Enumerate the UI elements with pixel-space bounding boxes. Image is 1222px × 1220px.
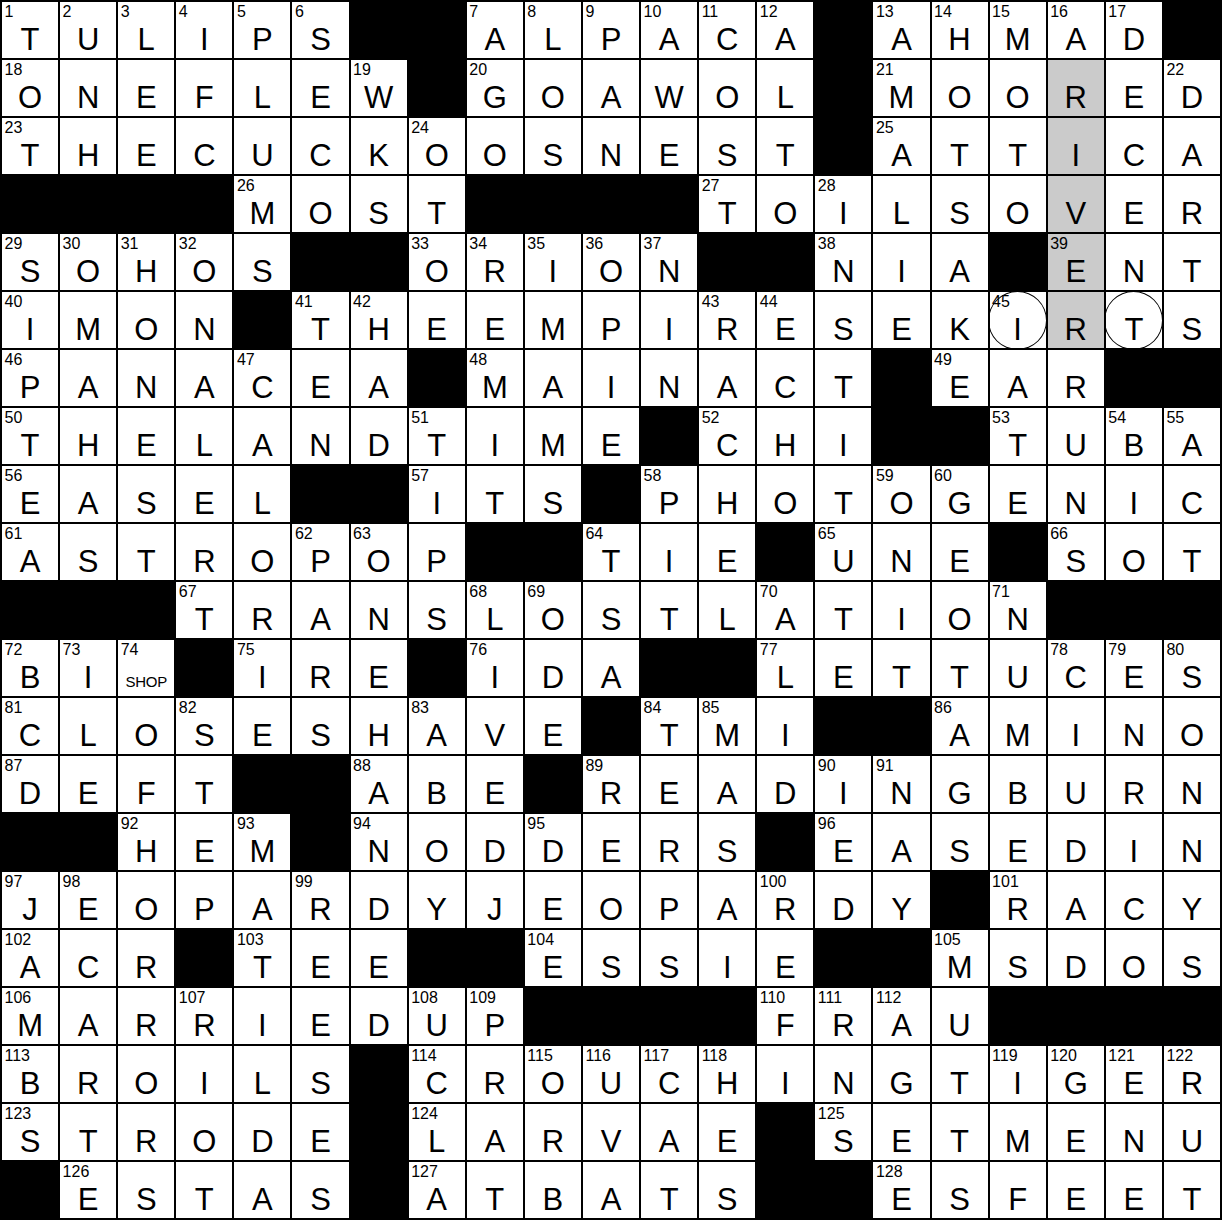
- grid-cell[interactable]: A: [234, 408, 290, 464]
- grid-cell[interactable]: 5P: [234, 2, 290, 58]
- grid-cell[interactable]: E: [873, 1104, 929, 1160]
- grid-cell[interactable]: Y: [409, 872, 465, 928]
- grid-cell[interactable]: H: [699, 466, 755, 522]
- grid-cell[interactable]: 81C: [2, 698, 58, 754]
- grid-cell[interactable]: 48M: [467, 350, 523, 406]
- grid-cell[interactable]: 69O: [525, 582, 581, 638]
- grid-cell[interactable]: I: [583, 350, 639, 406]
- grid-cell[interactable]: S: [1164, 292, 1220, 348]
- grid-cell[interactable]: A: [234, 872, 290, 928]
- grid-cell[interactable]: 82S: [176, 698, 232, 754]
- grid-cell[interactable]: E: [641, 756, 697, 812]
- grid-cell[interactable]: 52C: [699, 408, 755, 464]
- grid-cell[interactable]: M: [525, 408, 581, 464]
- grid-cell[interactable]: T: [641, 582, 697, 638]
- grid-cell[interactable]: 118H: [699, 1046, 755, 1102]
- grid-cell[interactable]: I: [641, 524, 697, 580]
- grid-cell[interactable]: E: [292, 350, 348, 406]
- grid-cell[interactable]: A: [641, 1104, 697, 1160]
- grid-cell[interactable]: 74SHOP: [118, 640, 174, 696]
- grid-cell[interactable]: E: [583, 814, 639, 870]
- grid-cell[interactable]: E: [583, 408, 639, 464]
- grid-cell[interactable]: I: [1048, 698, 1104, 754]
- grid-cell[interactable]: Y: [1164, 872, 1220, 928]
- grid-cell[interactable]: L: [234, 1046, 290, 1102]
- grid-cell[interactable]: R: [1048, 292, 1104, 348]
- grid-cell[interactable]: S: [932, 814, 988, 870]
- grid-cell[interactable]: I: [873, 234, 929, 290]
- grid-cell[interactable]: 66S: [1048, 524, 1104, 580]
- grid-cell[interactable]: 15M: [990, 2, 1046, 58]
- grid-cell[interactable]: 12A: [757, 2, 813, 58]
- grid-cell[interactable]: 116U: [583, 1046, 639, 1102]
- grid-cell[interactable]: A: [699, 756, 755, 812]
- grid-cell[interactable]: N: [1048, 466, 1104, 522]
- grid-cell[interactable]: E: [60, 756, 116, 812]
- grid-cell[interactable]: T: [873, 640, 929, 696]
- grid-cell[interactable]: L: [176, 408, 232, 464]
- grid-cell[interactable]: T: [815, 582, 871, 638]
- grid-cell[interactable]: E: [990, 814, 1046, 870]
- grid-cell[interactable]: O: [990, 60, 1046, 116]
- grid-cell[interactable]: T: [176, 1162, 232, 1218]
- grid-cell[interactable]: 10A: [641, 2, 697, 58]
- grid-cell[interactable]: 126E: [60, 1162, 116, 1218]
- grid-cell[interactable]: F: [176, 60, 232, 116]
- grid-cell[interactable]: N: [1106, 698, 1162, 754]
- grid-cell[interactable]: 86A: [932, 698, 988, 754]
- grid-cell[interactable]: U: [990, 640, 1046, 696]
- grid-cell[interactable]: S: [118, 1162, 174, 1218]
- grid-cell[interactable]: A: [583, 640, 639, 696]
- grid-cell[interactable]: M: [525, 292, 581, 348]
- grid-cell[interactable]: O: [932, 582, 988, 638]
- grid-cell[interactable]: A: [1048, 872, 1104, 928]
- grid-cell[interactable]: E: [292, 1104, 348, 1160]
- grid-cell[interactable]: D: [351, 988, 407, 1044]
- grid-cell[interactable]: D: [351, 872, 407, 928]
- grid-cell[interactable]: 55A: [1164, 408, 1220, 464]
- grid-cell[interactable]: 102A: [2, 930, 58, 986]
- grid-cell[interactable]: 100R: [757, 872, 813, 928]
- grid-cell[interactable]: 128E: [873, 1162, 929, 1218]
- grid-cell[interactable]: 2U: [60, 2, 116, 58]
- grid-cell[interactable]: N: [1106, 234, 1162, 290]
- grid-cell[interactable]: A: [467, 1104, 523, 1160]
- grid-cell[interactable]: 62P: [292, 524, 348, 580]
- grid-cell[interactable]: 56E: [2, 466, 58, 522]
- grid-cell[interactable]: S: [292, 1046, 348, 1102]
- grid-cell[interactable]: A: [932, 234, 988, 290]
- grid-cell[interactable]: S: [699, 1162, 755, 1218]
- grid-cell[interactable]: 24O: [409, 118, 465, 174]
- grid-cell[interactable]: E: [234, 698, 290, 754]
- grid-cell[interactable]: 4I: [176, 2, 232, 58]
- grid-cell[interactable]: 101R: [990, 872, 1046, 928]
- grid-cell[interactable]: S: [583, 582, 639, 638]
- grid-cell[interactable]: 79E: [1106, 640, 1162, 696]
- grid-cell[interactable]: 87D: [2, 756, 58, 812]
- grid-cell[interactable]: E: [1048, 1162, 1104, 1218]
- grid-cell[interactable]: 95D: [525, 814, 581, 870]
- grid-cell[interactable]: T: [990, 118, 1046, 174]
- grid-cell[interactable]: 96E: [815, 814, 871, 870]
- grid-cell[interactable]: R: [1048, 60, 1104, 116]
- grid-cell[interactable]: D: [757, 756, 813, 812]
- grid-cell[interactable]: 75I: [234, 640, 290, 696]
- grid-cell[interactable]: 50T: [2, 408, 58, 464]
- grid-cell[interactable]: O: [757, 176, 813, 232]
- grid-cell[interactable]: 93M: [234, 814, 290, 870]
- grid-cell[interactable]: E: [292, 60, 348, 116]
- grid-cell[interactable]: F: [990, 1162, 1046, 1218]
- grid-cell[interactable]: E: [292, 988, 348, 1044]
- grid-cell[interactable]: 119I: [990, 1046, 1046, 1102]
- grid-cell[interactable]: T: [1164, 524, 1220, 580]
- grid-cell[interactable]: I: [1048, 118, 1104, 174]
- grid-cell[interactable]: 114C: [409, 1046, 465, 1102]
- grid-cell[interactable]: 40I: [2, 292, 58, 348]
- grid-cell[interactable]: S: [234, 234, 290, 290]
- grid-cell[interactable]: N: [292, 408, 348, 464]
- grid-cell[interactable]: S: [118, 466, 174, 522]
- grid-cell[interactable]: 54B: [1106, 408, 1162, 464]
- grid-cell[interactable]: 45I: [990, 292, 1046, 348]
- grid-cell[interactable]: C: [176, 118, 232, 174]
- grid-cell[interactable]: T: [1106, 292, 1162, 348]
- grid-cell[interactable]: 61A: [2, 524, 58, 580]
- grid-cell[interactable]: N: [351, 582, 407, 638]
- grid-cell[interactable]: N: [583, 118, 639, 174]
- grid-cell[interactable]: 41T: [292, 292, 348, 348]
- grid-cell[interactable]: 89R: [583, 756, 639, 812]
- grid-cell[interactable]: O: [1106, 524, 1162, 580]
- grid-cell[interactable]: 51T: [409, 408, 465, 464]
- grid-cell[interactable]: T: [1164, 1162, 1220, 1218]
- grid-cell[interactable]: 108U: [409, 988, 465, 1044]
- grid-cell[interactable]: R: [118, 930, 174, 986]
- grid-cell[interactable]: 91N: [873, 756, 929, 812]
- grid-cell[interactable]: N: [641, 350, 697, 406]
- grid-cell[interactable]: E: [351, 640, 407, 696]
- grid-cell[interactable]: C: [1164, 466, 1220, 522]
- grid-cell[interactable]: D: [351, 408, 407, 464]
- grid-cell[interactable]: 14H: [932, 2, 988, 58]
- grid-cell[interactable]: 115O: [525, 1046, 581, 1102]
- grid-cell[interactable]: 26M: [234, 176, 290, 232]
- grid-cell[interactable]: A: [351, 350, 407, 406]
- grid-cell[interactable]: V: [1048, 176, 1104, 232]
- grid-cell[interactable]: A: [873, 814, 929, 870]
- grid-cell[interactable]: S: [932, 1162, 988, 1218]
- grid-cell[interactable]: H: [351, 698, 407, 754]
- grid-cell[interactable]: A: [60, 350, 116, 406]
- grid-cell[interactable]: T: [176, 756, 232, 812]
- grid-cell[interactable]: 121E: [1106, 1046, 1162, 1102]
- grid-cell[interactable]: 103T: [234, 930, 290, 986]
- grid-cell[interactable]: H: [60, 118, 116, 174]
- grid-cell[interactable]: 19W: [351, 60, 407, 116]
- grid-cell[interactable]: T: [932, 640, 988, 696]
- grid-cell[interactable]: I: [641, 292, 697, 348]
- grid-cell[interactable]: 65U: [815, 524, 871, 580]
- grid-cell[interactable]: T: [815, 350, 871, 406]
- grid-cell[interactable]: R: [176, 524, 232, 580]
- grid-cell[interactable]: Y: [873, 872, 929, 928]
- grid-cell[interactable]: M: [990, 1104, 1046, 1160]
- grid-cell[interactable]: R: [467, 1046, 523, 1102]
- grid-cell[interactable]: 42H: [351, 292, 407, 348]
- grid-cell[interactable]: R: [525, 1104, 581, 1160]
- grid-cell[interactable]: E: [118, 118, 174, 174]
- grid-cell[interactable]: 63O: [351, 524, 407, 580]
- grid-cell[interactable]: S: [641, 930, 697, 986]
- grid-cell[interactable]: 97J: [2, 872, 58, 928]
- grid-cell[interactable]: T: [60, 1104, 116, 1160]
- grid-cell[interactable]: 27T: [699, 176, 755, 232]
- grid-cell[interactable]: I: [699, 930, 755, 986]
- grid-cell[interactable]: 77L: [757, 640, 813, 696]
- grid-cell[interactable]: S: [583, 930, 639, 986]
- grid-cell[interactable]: U: [932, 988, 988, 1044]
- grid-cell[interactable]: 28I: [815, 176, 871, 232]
- grid-cell[interactable]: I: [757, 1046, 813, 1102]
- grid-cell[interactable]: A: [234, 1162, 290, 1218]
- grid-cell[interactable]: O: [1164, 698, 1220, 754]
- grid-cell[interactable]: A: [699, 350, 755, 406]
- grid-cell[interactable]: 47C: [234, 350, 290, 406]
- grid-cell[interactable]: 23T: [2, 118, 58, 174]
- grid-cell[interactable]: D: [525, 640, 581, 696]
- grid-cell[interactable]: O: [118, 872, 174, 928]
- grid-cell[interactable]: A: [176, 350, 232, 406]
- grid-cell[interactable]: C: [757, 350, 813, 406]
- grid-cell[interactable]: 3L: [118, 2, 174, 58]
- grid-cell[interactable]: E: [1106, 176, 1162, 232]
- grid-cell[interactable]: 99R: [292, 872, 348, 928]
- grid-cell[interactable]: S: [699, 118, 755, 174]
- grid-cell[interactable]: T: [1164, 234, 1220, 290]
- grid-cell[interactable]: 29S: [2, 234, 58, 290]
- grid-cell[interactable]: A: [699, 872, 755, 928]
- grid-cell[interactable]: 70A: [757, 582, 813, 638]
- grid-cell[interactable]: 67T: [176, 582, 232, 638]
- grid-cell[interactable]: T: [757, 118, 813, 174]
- grid-cell[interactable]: O: [234, 524, 290, 580]
- grid-cell[interactable]: 36O: [583, 234, 639, 290]
- grid-cell[interactable]: 32O: [176, 234, 232, 290]
- grid-cell[interactable]: E: [351, 930, 407, 986]
- grid-cell[interactable]: 76I: [467, 640, 523, 696]
- grid-cell[interactable]: N: [1106, 1104, 1162, 1160]
- grid-cell[interactable]: L: [873, 176, 929, 232]
- grid-cell[interactable]: S: [409, 582, 465, 638]
- grid-cell[interactable]: 60G: [932, 466, 988, 522]
- grid-cell[interactable]: 64T: [583, 524, 639, 580]
- grid-cell[interactable]: E: [292, 930, 348, 986]
- grid-cell[interactable]: S: [60, 524, 116, 580]
- grid-cell[interactable]: 105M: [932, 930, 988, 986]
- grid-cell[interactable]: W: [641, 60, 697, 116]
- grid-cell[interactable]: 71N: [990, 582, 1046, 638]
- grid-cell[interactable]: 104E: [525, 930, 581, 986]
- grid-cell[interactable]: 7A: [467, 2, 523, 58]
- grid-cell[interactable]: L: [699, 582, 755, 638]
- grid-cell[interactable]: A: [60, 466, 116, 522]
- grid-cell[interactable]: C: [1106, 872, 1162, 928]
- grid-cell[interactable]: R: [118, 1104, 174, 1160]
- grid-cell[interactable]: 1T: [2, 2, 58, 58]
- grid-cell[interactable]: 34R: [467, 234, 523, 290]
- grid-cell[interactable]: 109P: [467, 988, 523, 1044]
- grid-cell[interactable]: R: [1106, 756, 1162, 812]
- grid-cell[interactable]: 85M: [699, 698, 755, 754]
- grid-cell[interactable]: O: [292, 176, 348, 232]
- grid-cell[interactable]: E: [932, 524, 988, 580]
- grid-cell[interactable]: M: [60, 292, 116, 348]
- grid-cell[interactable]: U: [1048, 756, 1104, 812]
- grid-cell[interactable]: V: [583, 1104, 639, 1160]
- grid-cell[interactable]: 46P: [2, 350, 58, 406]
- grid-cell[interactable]: T: [641, 1162, 697, 1218]
- grid-cell[interactable]: E: [990, 466, 1046, 522]
- grid-cell[interactable]: C: [292, 118, 348, 174]
- grid-cell[interactable]: R: [292, 640, 348, 696]
- grid-cell[interactable]: 88A: [351, 756, 407, 812]
- grid-cell[interactable]: I: [176, 1046, 232, 1102]
- grid-cell[interactable]: I: [234, 988, 290, 1044]
- grid-cell[interactable]: P: [583, 292, 639, 348]
- grid-cell[interactable]: U: [1164, 1104, 1220, 1160]
- grid-cell[interactable]: R: [118, 988, 174, 1044]
- grid-cell[interactable]: O: [699, 60, 755, 116]
- grid-cell[interactable]: 20G: [467, 60, 523, 116]
- grid-cell[interactable]: S: [699, 814, 755, 870]
- grid-cell[interactable]: O: [932, 60, 988, 116]
- grid-cell[interactable]: T: [932, 1104, 988, 1160]
- grid-cell[interactable]: 120G: [1048, 1046, 1104, 1102]
- grid-cell[interactable]: R: [1164, 176, 1220, 232]
- grid-cell[interactable]: O: [176, 1104, 232, 1160]
- grid-cell[interactable]: G: [873, 1046, 929, 1102]
- grid-cell[interactable]: 80S: [1164, 640, 1220, 696]
- grid-cell[interactable]: 33O: [409, 234, 465, 290]
- grid-cell[interactable]: U: [1048, 408, 1104, 464]
- grid-cell[interactable]: 78C: [1048, 640, 1104, 696]
- grid-cell[interactable]: B: [409, 756, 465, 812]
- grid-cell[interactable]: 30O: [60, 234, 116, 290]
- grid-cell[interactable]: 106M: [2, 988, 58, 1044]
- grid-cell[interactable]: S: [292, 698, 348, 754]
- grid-cell[interactable]: E: [467, 292, 523, 348]
- grid-cell[interactable]: E: [176, 814, 232, 870]
- grid-cell[interactable]: T: [815, 466, 871, 522]
- grid-cell[interactable]: 127A: [409, 1162, 465, 1218]
- grid-cell[interactable]: 57I: [409, 466, 465, 522]
- grid-cell[interactable]: 98E: [60, 872, 116, 928]
- grid-cell[interactable]: 125S: [815, 1104, 871, 1160]
- grid-cell[interactable]: D: [467, 814, 523, 870]
- grid-cell[interactable]: 111R: [815, 988, 871, 1044]
- grid-cell[interactable]: 6S: [292, 2, 348, 58]
- grid-cell[interactable]: 18O: [2, 60, 58, 116]
- grid-cell[interactable]: 31H: [118, 234, 174, 290]
- grid-cell[interactable]: N: [873, 524, 929, 580]
- grid-cell[interactable]: O: [525, 60, 581, 116]
- grid-cell[interactable]: H: [60, 408, 116, 464]
- grid-cell[interactable]: 43R: [699, 292, 755, 348]
- grid-cell[interactable]: L: [234, 466, 290, 522]
- grid-cell[interactable]: S: [932, 176, 988, 232]
- grid-cell[interactable]: K: [932, 292, 988, 348]
- grid-cell[interactable]: S: [525, 118, 581, 174]
- grid-cell[interactable]: 90I: [815, 756, 871, 812]
- grid-cell[interactable]: 13A: [873, 2, 929, 58]
- grid-cell[interactable]: E: [1106, 1162, 1162, 1218]
- grid-cell[interactable]: A: [583, 60, 639, 116]
- grid-cell[interactable]: S: [990, 930, 1046, 986]
- grid-cell[interactable]: E: [815, 640, 871, 696]
- grid-cell[interactable]: 84T: [641, 698, 697, 754]
- grid-cell[interactable]: 107R: [176, 988, 232, 1044]
- grid-cell[interactable]: E: [1106, 60, 1162, 116]
- grid-cell[interactable]: D: [234, 1104, 290, 1160]
- grid-cell[interactable]: A: [292, 582, 348, 638]
- grid-cell[interactable]: O: [583, 872, 639, 928]
- grid-cell[interactable]: E: [525, 698, 581, 754]
- grid-cell[interactable]: N: [1164, 756, 1220, 812]
- grid-cell[interactable]: 9P: [583, 2, 639, 58]
- grid-cell[interactable]: O: [990, 176, 1046, 232]
- grid-cell[interactable]: N: [118, 350, 174, 406]
- grid-cell[interactable]: O: [757, 466, 813, 522]
- grid-cell[interactable]: 117C: [641, 1046, 697, 1102]
- grid-cell[interactable]: O: [118, 698, 174, 754]
- grid-cell[interactable]: H: [757, 408, 813, 464]
- grid-cell[interactable]: A: [60, 988, 116, 1044]
- grid-cell[interactable]: B: [990, 756, 1046, 812]
- grid-cell[interactable]: 110F: [757, 988, 813, 1044]
- grid-cell[interactable]: S: [1164, 930, 1220, 986]
- grid-cell[interactable]: 72B: [2, 640, 58, 696]
- grid-cell[interactable]: O: [409, 814, 465, 870]
- grid-cell[interactable]: U: [234, 118, 290, 174]
- grid-cell[interactable]: L: [60, 698, 116, 754]
- grid-cell[interactable]: 35I: [525, 234, 581, 290]
- grid-cell[interactable]: 38N: [815, 234, 871, 290]
- grid-cell[interactable]: E: [118, 408, 174, 464]
- grid-cell[interactable]: T: [932, 1046, 988, 1102]
- grid-cell[interactable]: S: [525, 466, 581, 522]
- grid-cell[interactable]: 53T: [990, 408, 1046, 464]
- grid-cell[interactable]: B: [525, 1162, 581, 1218]
- grid-cell[interactable]: 123S: [2, 1104, 58, 1160]
- grid-cell[interactable]: R: [1048, 350, 1104, 406]
- grid-cell[interactable]: 68L: [467, 582, 523, 638]
- grid-cell[interactable]: 8L: [525, 2, 581, 58]
- grid-cell[interactable]: D: [1048, 814, 1104, 870]
- grid-cell[interactable]: 17D: [1106, 2, 1162, 58]
- grid-cell[interactable]: 44E: [757, 292, 813, 348]
- grid-cell[interactable]: 37N: [641, 234, 697, 290]
- grid-cell[interactable]: N: [60, 60, 116, 116]
- grid-cell[interactable]: I: [873, 582, 929, 638]
- grid-cell[interactable]: E: [525, 872, 581, 928]
- grid-cell[interactable]: E: [467, 756, 523, 812]
- grid-cell[interactable]: I: [1106, 466, 1162, 522]
- grid-cell[interactable]: 25A: [873, 118, 929, 174]
- grid-cell[interactable]: 58P: [641, 466, 697, 522]
